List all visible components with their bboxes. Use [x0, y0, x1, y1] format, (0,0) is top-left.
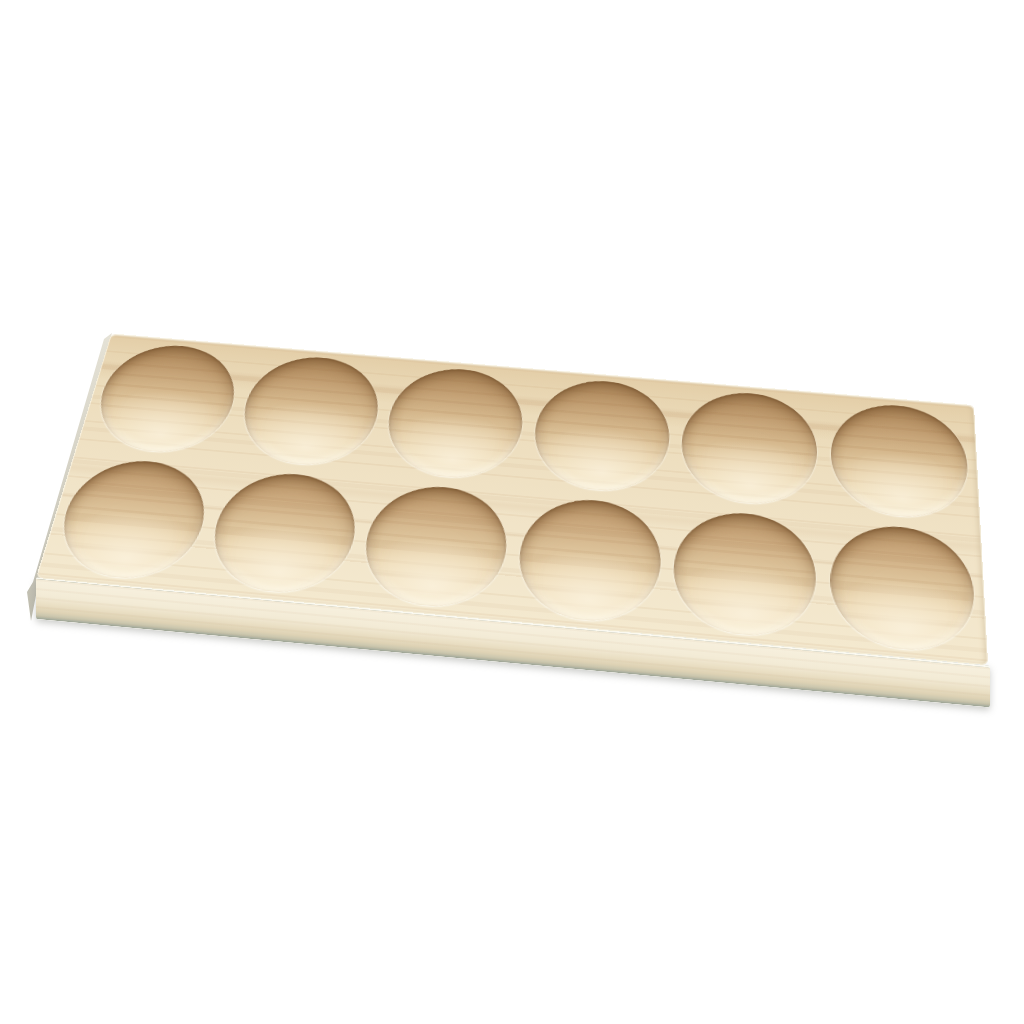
- pit-r1c3[interactable]: [380, 364, 529, 482]
- product-photo-canvas: [0, 0, 1024, 1024]
- pit-r1c4[interactable]: [528, 376, 672, 496]
- pit-r1c2[interactable]: [233, 353, 387, 470]
- pit-r1c5[interactable]: [679, 388, 818, 509]
- pit-r2c4[interactable]: [512, 494, 664, 626]
- pit-r1c6[interactable]: [830, 400, 970, 522]
- pit-r2c5[interactable]: [670, 507, 816, 640]
- mancala-board: [0, 0, 1024, 1024]
- pit-r2c3[interactable]: [356, 481, 513, 612]
- pit-r2c6[interactable]: [830, 521, 977, 656]
- pit-r2c1[interactable]: [49, 456, 217, 584]
- pit-r2c2[interactable]: [202, 468, 365, 597]
- pit-r1c1[interactable]: [87, 341, 246, 457]
